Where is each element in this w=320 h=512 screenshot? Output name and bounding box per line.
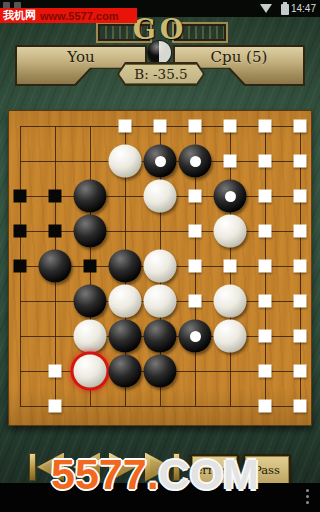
- white-stone[interactable]: [109, 285, 142, 318]
- start-bar-icon: [30, 454, 35, 480]
- white-territory-marker[interactable]: [49, 365, 62, 378]
- black-stone-dead[interactable]: [214, 180, 247, 213]
- black-stone[interactable]: [144, 320, 177, 353]
- score-plaque: B: -35.5: [117, 62, 205, 86]
- ad-site-name: 我机网: [3, 8, 36, 23]
- white-territory-marker[interactable]: [224, 260, 237, 273]
- black-stone[interactable]: [109, 250, 142, 283]
- wifi-icon: [260, 4, 272, 13]
- white-stone[interactable]: [214, 215, 247, 248]
- white-territory-marker[interactable]: [259, 365, 272, 378]
- dead-stone-dot-icon: [225, 191, 236, 202]
- white-territory-marker[interactable]: [119, 120, 132, 133]
- white-territory-marker[interactable]: [189, 225, 202, 238]
- black-territory-marker[interactable]: [14, 190, 27, 203]
- status-clock: 14:47: [291, 3, 316, 14]
- ad-site-url: www.5577.com: [40, 10, 118, 22]
- white-territory-marker[interactable]: [294, 260, 307, 273]
- white-territory-marker[interactable]: [49, 400, 62, 413]
- black-stone-dead[interactable]: [179, 145, 212, 178]
- black-territory-marker[interactable]: [49, 190, 62, 203]
- white-stone[interactable]: [144, 285, 177, 318]
- black-stone[interactable]: [109, 355, 142, 388]
- white-territory-marker[interactable]: [259, 400, 272, 413]
- white-territory-marker[interactable]: [259, 260, 272, 273]
- black-stone[interactable]: [74, 180, 107, 213]
- white-territory-marker[interactable]: [294, 190, 307, 203]
- black-stone[interactable]: [109, 320, 142, 353]
- watermark: 5577.COM: [51, 453, 259, 496]
- white-stone[interactable]: [144, 250, 177, 283]
- black-stone[interactable]: [144, 355, 177, 388]
- battery-icon: [281, 4, 289, 15]
- black-stone-dead[interactable]: [144, 145, 177, 178]
- white-territory-marker[interactable]: [294, 365, 307, 378]
- black-stone[interactable]: [39, 250, 72, 283]
- white-territory-marker[interactable]: [224, 120, 237, 133]
- white-territory-marker[interactable]: [294, 120, 307, 133]
- white-stone-last-move[interactable]: [74, 355, 107, 388]
- white-territory-marker[interactable]: [259, 295, 272, 308]
- white-territory-marker[interactable]: [189, 190, 202, 203]
- black-stone[interactable]: [74, 285, 107, 318]
- white-territory-marker[interactable]: [294, 155, 307, 168]
- white-stone[interactable]: [109, 145, 142, 178]
- black-territory-marker[interactable]: [84, 260, 97, 273]
- white-territory-marker[interactable]: [259, 330, 272, 343]
- white-stone[interactable]: [74, 320, 107, 353]
- ad-banner-link[interactable]: 我机网 www.5577.com: [0, 8, 137, 23]
- white-territory-marker[interactable]: [259, 190, 272, 203]
- white-territory-marker[interactable]: [259, 225, 272, 238]
- white-territory-marker[interactable]: [294, 400, 307, 413]
- score-label: B: -35.5: [119, 64, 203, 84]
- black-stone[interactable]: [74, 215, 107, 248]
- turn-indicator-icon: [148, 41, 171, 64]
- white-territory-marker[interactable]: [189, 120, 202, 133]
- white-stone[interactable]: [214, 320, 247, 353]
- dead-stone-dot-icon: [190, 331, 201, 342]
- white-territory-marker[interactable]: [294, 295, 307, 308]
- overflow-menu-icon[interactable]: [306, 489, 309, 507]
- white-territory-marker[interactable]: [189, 295, 202, 308]
- white-territory-marker[interactable]: [259, 120, 272, 133]
- white-territory-marker[interactable]: [154, 120, 167, 133]
- white-territory-marker[interactable]: [259, 155, 272, 168]
- white-territory-marker[interactable]: [224, 155, 237, 168]
- dead-stone-dot-icon: [155, 156, 166, 167]
- go-app-screen: 14:47 我机网 www.5577.com GO You Cpu (5) B:…: [0, 0, 320, 512]
- black-territory-marker[interactable]: [14, 260, 27, 273]
- white-territory-marker[interactable]: [294, 330, 307, 343]
- black-territory-marker[interactable]: [49, 225, 62, 238]
- black-stone-dead[interactable]: [179, 320, 212, 353]
- white-stone[interactable]: [144, 180, 177, 213]
- black-territory-marker[interactable]: [14, 225, 27, 238]
- white-stone[interactable]: [214, 285, 247, 318]
- white-territory-marker[interactable]: [294, 225, 307, 238]
- white-territory-marker[interactable]: [189, 260, 202, 273]
- go-board[interactable]: [8, 110, 312, 426]
- dead-stone-dot-icon: [190, 156, 201, 167]
